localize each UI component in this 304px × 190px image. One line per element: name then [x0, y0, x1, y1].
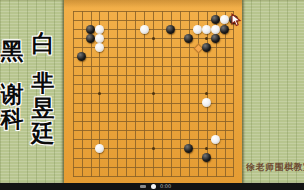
grid-line-v	[135, 11, 136, 177]
stone-black	[184, 144, 193, 153]
go-board	[64, 0, 242, 183]
stone-black	[86, 34, 95, 43]
stone-white	[95, 43, 104, 52]
stone-white	[95, 34, 104, 43]
stone-white	[202, 25, 211, 34]
stone-black	[211, 15, 220, 24]
stone-white	[211, 135, 220, 144]
white-name-char-2: 廷	[32, 121, 55, 146]
star-point	[98, 92, 101, 95]
stone-white	[140, 25, 149, 34]
stone-black	[202, 43, 211, 52]
stone-black	[77, 52, 86, 61]
stone-black	[166, 25, 175, 34]
stone-black	[211, 34, 220, 43]
stone-white	[193, 25, 202, 34]
star-point	[205, 37, 208, 40]
grid-line-v	[225, 11, 226, 177]
tatami-right-panel	[242, 0, 304, 183]
playback-time: 0:00	[160, 184, 171, 189]
stone-white	[202, 98, 211, 107]
star-point	[205, 147, 208, 150]
black-name-char-0: 谢	[1, 82, 24, 107]
white-name-char-0: 芈	[32, 71, 55, 96]
player-icon-left[interactable]	[140, 185, 146, 188]
stone-white	[211, 25, 220, 34]
watermark-text: 徐老师围棋教室	[246, 161, 304, 174]
grid-line-v	[73, 11, 74, 177]
grid-line-v	[233, 11, 234, 177]
white-label: 白	[32, 31, 55, 56]
stone-black	[86, 25, 95, 34]
stone-white	[95, 25, 104, 34]
star-point	[152, 37, 155, 40]
stone-black	[202, 153, 211, 162]
grid-line-v	[108, 11, 109, 177]
black-player-caption: 黑谢科	[0, 39, 26, 132]
grid-line-v	[144, 11, 145, 177]
black-name-char-1: 科	[1, 107, 24, 132]
star-point	[152, 92, 155, 95]
white-player-caption: 白芈昱廷	[28, 31, 58, 146]
stone-black	[220, 25, 229, 34]
star-point	[205, 92, 208, 95]
white-name-char-1: 昱	[32, 96, 55, 121]
player-progress-knob[interactable]	[151, 184, 156, 189]
grid-line-v	[117, 11, 118, 177]
grid-line-v	[171, 11, 172, 177]
grid-line-v	[180, 11, 181, 177]
grid-line-v	[198, 11, 199, 177]
stone-black	[184, 34, 193, 43]
video-frame: 黑谢科 白芈昱廷 徐老师围棋教室 0:00	[0, 0, 304, 190]
grid-line-v	[126, 11, 127, 177]
stone-white	[95, 144, 104, 153]
black-label: 黑	[1, 39, 24, 64]
grid-line-v	[82, 11, 83, 177]
stone-white	[220, 15, 229, 24]
video-control-bar[interactable]: 0:00	[0, 183, 304, 190]
grid-line-v	[162, 11, 163, 177]
star-point	[152, 147, 155, 150]
mouse-cursor-icon	[230, 13, 242, 27]
